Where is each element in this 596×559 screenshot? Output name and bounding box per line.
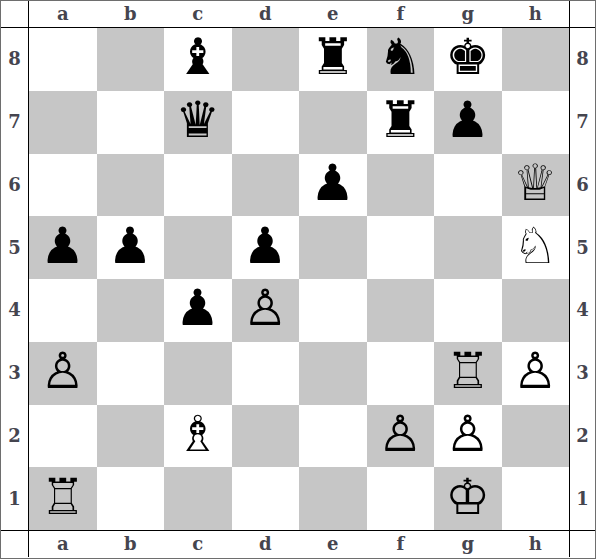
rank-label-7: 7 bbox=[1, 91, 28, 154]
square-b7[interactable] bbox=[97, 91, 165, 154]
square-c8[interactable]: ♝ bbox=[164, 28, 232, 91]
piece-white-pawn: ♙ bbox=[445, 409, 490, 459]
square-f6[interactable] bbox=[367, 154, 435, 217]
square-d6[interactable] bbox=[232, 154, 300, 217]
corner-box-top-right bbox=[569, 1, 595, 28]
square-e5[interactable] bbox=[299, 216, 367, 279]
square-f7[interactable]: ♜ bbox=[367, 91, 435, 154]
square-e7[interactable] bbox=[299, 91, 367, 154]
piece-black-pawn: ♟ bbox=[40, 221, 85, 271]
piece-black-bishop: ♝ bbox=[175, 32, 220, 82]
square-b2[interactable] bbox=[97, 405, 165, 468]
file-label-f: f bbox=[367, 531, 435, 557]
piece-white-rook: ♖ bbox=[40, 472, 85, 522]
square-h8[interactable] bbox=[502, 28, 570, 91]
square-a4[interactable] bbox=[29, 279, 97, 342]
rank-label-7: 7 bbox=[570, 91, 595, 154]
square-d5[interactable]: ♟ bbox=[232, 216, 300, 279]
square-a5[interactable]: ♟ bbox=[29, 216, 97, 279]
square-d8[interactable] bbox=[232, 28, 300, 91]
rank-labels-left: 87654321 bbox=[1, 28, 29, 530]
file-labels-bottom: abcdefgh bbox=[29, 530, 569, 557]
piece-white-pawn: ♙ bbox=[378, 409, 423, 459]
square-e1[interactable] bbox=[299, 467, 367, 530]
square-f5[interactable] bbox=[367, 216, 435, 279]
file-label-b: b bbox=[97, 1, 165, 27]
square-h1[interactable] bbox=[502, 467, 570, 530]
file-label-g: g bbox=[434, 1, 502, 27]
square-f8[interactable]: ♞ bbox=[367, 28, 435, 91]
square-f1[interactable] bbox=[367, 467, 435, 530]
square-d3[interactable] bbox=[232, 342, 300, 405]
square-h3[interactable]: ♙ bbox=[502, 342, 570, 405]
piece-black-knight: ♞ bbox=[378, 32, 423, 82]
piece-black-pawn: ♟ bbox=[310, 158, 355, 208]
piece-black-rook: ♜ bbox=[378, 95, 423, 145]
square-d4[interactable]: ♙ bbox=[232, 279, 300, 342]
square-f2[interactable]: ♙ bbox=[367, 405, 435, 468]
square-e6[interactable]: ♟ bbox=[299, 154, 367, 217]
file-label-b: b bbox=[97, 531, 165, 557]
piece-black-pawn: ♟ bbox=[243, 221, 288, 271]
file-label-g: g bbox=[434, 531, 502, 557]
rank-label-3: 3 bbox=[1, 342, 28, 405]
file-label-e: e bbox=[299, 531, 367, 557]
square-h5[interactable]: ♘ bbox=[502, 216, 570, 279]
corner-box-bottom-left bbox=[1, 530, 29, 557]
square-e3[interactable] bbox=[299, 342, 367, 405]
square-h7[interactable] bbox=[502, 91, 570, 154]
square-b3[interactable] bbox=[97, 342, 165, 405]
square-c4[interactable]: ♟ bbox=[164, 279, 232, 342]
corner-box-top-left bbox=[1, 1, 29, 28]
piece-white-knight: ♘ bbox=[513, 221, 558, 271]
rank-label-6: 6 bbox=[570, 154, 595, 217]
corner-box-bottom-right bbox=[569, 530, 595, 557]
square-e4[interactable] bbox=[299, 279, 367, 342]
file-label-h: h bbox=[502, 1, 570, 27]
file-label-d: d bbox=[232, 531, 300, 557]
square-g6[interactable] bbox=[434, 154, 502, 217]
piece-black-pawn: ♟ bbox=[445, 95, 490, 145]
board: ♝♜♞♚♛♜♟♟♕♟♟♟♘♟♙♙♖♙♗♙♙♖♔ bbox=[29, 28, 569, 530]
rank-label-1: 1 bbox=[570, 467, 595, 530]
rank-label-3: 3 bbox=[570, 342, 595, 405]
rank-label-5: 5 bbox=[570, 216, 595, 279]
rank-label-1: 1 bbox=[1, 467, 28, 530]
rank-label-6: 6 bbox=[1, 154, 28, 217]
piece-black-queen: ♛ bbox=[175, 95, 220, 145]
file-labels-top: abcdefgh bbox=[29, 1, 569, 28]
rank-label-2: 2 bbox=[1, 405, 28, 468]
file-label-f: f bbox=[367, 1, 435, 27]
square-a1[interactable]: ♖ bbox=[29, 467, 97, 530]
square-e2[interactable] bbox=[299, 405, 367, 468]
piece-black-pawn: ♟ bbox=[175, 283, 220, 333]
square-d7[interactable] bbox=[232, 91, 300, 154]
square-c3[interactable] bbox=[164, 342, 232, 405]
square-d1[interactable] bbox=[232, 467, 300, 530]
file-label-d: d bbox=[232, 1, 300, 27]
square-a7[interactable] bbox=[29, 91, 97, 154]
square-f4[interactable] bbox=[367, 279, 435, 342]
square-c5[interactable] bbox=[164, 216, 232, 279]
piece-white-king: ♔ bbox=[445, 472, 490, 522]
square-h6[interactable]: ♕ bbox=[502, 154, 570, 217]
piece-white-bishop: ♗ bbox=[175, 409, 220, 459]
square-h4[interactable] bbox=[502, 279, 570, 342]
square-g3[interactable]: ♖ bbox=[434, 342, 502, 405]
square-d2[interactable] bbox=[232, 405, 300, 468]
square-c6[interactable] bbox=[164, 154, 232, 217]
square-a6[interactable] bbox=[29, 154, 97, 217]
square-b1[interactable] bbox=[97, 467, 165, 530]
file-label-h: h bbox=[502, 531, 570, 557]
rank-label-8: 8 bbox=[1, 28, 28, 91]
square-c7[interactable]: ♛ bbox=[164, 91, 232, 154]
square-g5[interactable] bbox=[434, 216, 502, 279]
square-g2[interactable]: ♙ bbox=[434, 405, 502, 468]
rank-label-4: 4 bbox=[570, 279, 595, 342]
rank-labels-right: 87654321 bbox=[569, 28, 595, 530]
piece-white-pawn: ♙ bbox=[40, 346, 85, 396]
rank-label-4: 4 bbox=[1, 279, 28, 342]
square-g8[interactable]: ♚ bbox=[434, 28, 502, 91]
square-f3[interactable] bbox=[367, 342, 435, 405]
piece-white-pawn: ♙ bbox=[513, 346, 558, 396]
file-label-a: a bbox=[29, 531, 97, 557]
square-b6[interactable] bbox=[97, 154, 165, 217]
rank-label-2: 2 bbox=[570, 405, 595, 468]
square-g1[interactable]: ♔ bbox=[434, 467, 502, 530]
square-g7[interactable]: ♟ bbox=[434, 91, 502, 154]
square-b4[interactable] bbox=[97, 279, 165, 342]
file-label-c: c bbox=[164, 531, 232, 557]
square-c1[interactable] bbox=[164, 467, 232, 530]
square-a8[interactable] bbox=[29, 28, 97, 91]
piece-white-queen: ♕ bbox=[513, 158, 558, 208]
piece-black-rook: ♜ bbox=[310, 32, 355, 82]
square-b8[interactable] bbox=[97, 28, 165, 91]
file-label-a: a bbox=[29, 1, 97, 27]
rank-label-5: 5 bbox=[1, 216, 28, 279]
square-a2[interactable] bbox=[29, 405, 97, 468]
square-b5[interactable]: ♟ bbox=[97, 216, 165, 279]
piece-white-pawn: ♙ bbox=[243, 283, 288, 333]
rank-label-8: 8 bbox=[570, 28, 595, 91]
file-label-c: c bbox=[164, 1, 232, 27]
piece-white-rook: ♖ bbox=[445, 346, 490, 396]
square-a3[interactable]: ♙ bbox=[29, 342, 97, 405]
piece-black-pawn: ♟ bbox=[108, 221, 153, 271]
square-c2[interactable]: ♗ bbox=[164, 405, 232, 468]
file-label-e: e bbox=[299, 1, 367, 27]
chess-diagram: abcdefgh 87654321 ♝♜♞♚♛♜♟♟♕♟♟♟♘♟♙♙♖♙♗♙♙♖… bbox=[0, 0, 596, 559]
square-e8[interactable]: ♜ bbox=[299, 28, 367, 91]
square-g4[interactable] bbox=[434, 279, 502, 342]
piece-black-king: ♚ bbox=[445, 32, 490, 82]
square-h2[interactable] bbox=[502, 405, 570, 468]
